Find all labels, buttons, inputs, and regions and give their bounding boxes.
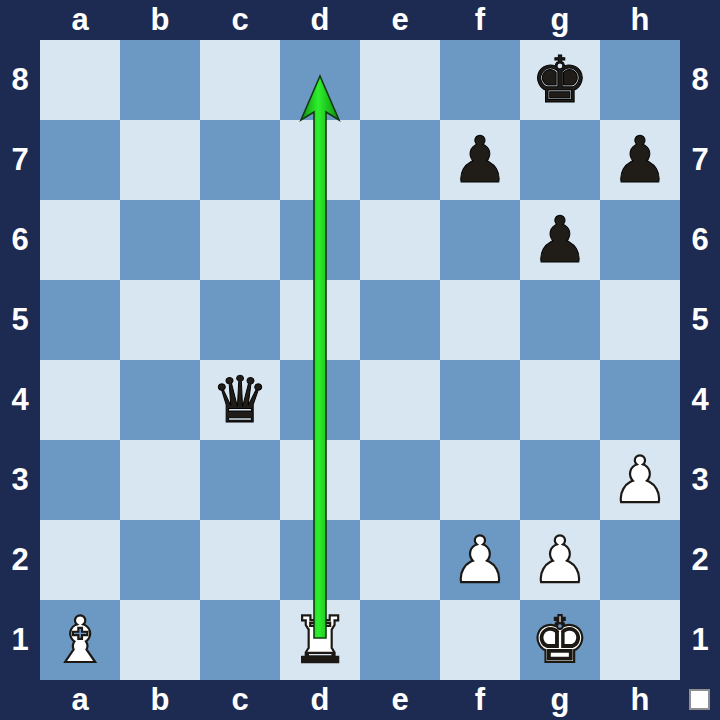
rank-label-3: 3 [0,440,40,520]
square-c3[interactable] [200,440,280,520]
square-g2[interactable]: ♟ [520,520,600,600]
square-c7[interactable] [200,120,280,200]
file-label-h: h [600,680,680,720]
file-label-b: b [120,680,200,720]
square-e2[interactable] [360,520,440,600]
rank-label-1: 1 [0,600,40,680]
black-pawn[interactable]: ♟ [451,128,508,192]
square-a6[interactable] [40,200,120,280]
file-labels-top: abcdefgh [40,0,680,40]
square-c1[interactable] [200,600,280,680]
square-c5[interactable] [200,280,280,360]
square-h1[interactable] [600,600,680,680]
square-a8[interactable] [40,40,120,120]
white-pawn[interactable]: ♟ [611,448,668,512]
rank-label-7: 7 [0,120,40,200]
square-h5[interactable] [600,280,680,360]
rank-label-1: 1 [680,600,720,680]
square-e8[interactable] [360,40,440,120]
file-label-h: h [600,0,680,40]
square-d6[interactable] [280,200,360,280]
file-label-e: e [360,680,440,720]
square-a4[interactable] [40,360,120,440]
square-g3[interactable] [520,440,600,520]
square-d1[interactable]: ♜ [280,600,360,680]
square-a1[interactable]: ♝ [40,600,120,680]
square-h7[interactable]: ♟ [600,120,680,200]
square-b1[interactable] [120,600,200,680]
square-h4[interactable] [600,360,680,440]
square-f7[interactable]: ♟ [440,120,520,200]
square-b8[interactable] [120,40,200,120]
square-g7[interactable] [520,120,600,200]
file-label-f: f [440,0,520,40]
rank-label-6: 6 [0,200,40,280]
file-label-d: d [280,680,360,720]
square-c4[interactable]: ♛ [200,360,280,440]
rank-label-8: 8 [0,40,40,120]
white-pawn[interactable]: ♟ [531,528,588,592]
square-h8[interactable] [600,40,680,120]
rank-labels-left: 87654321 [0,40,40,680]
rank-label-4: 4 [0,360,40,440]
square-e5[interactable] [360,280,440,360]
square-d2[interactable] [280,520,360,600]
square-g5[interactable] [520,280,600,360]
square-d7[interactable] [280,120,360,200]
square-h2[interactable] [600,520,680,600]
square-a5[interactable] [40,280,120,360]
rank-label-2: 2 [680,520,720,600]
square-g6[interactable]: ♟ [520,200,600,280]
square-f3[interactable] [440,440,520,520]
black-pawn[interactable]: ♟ [611,128,668,192]
square-f2[interactable]: ♟ [440,520,520,600]
square-a2[interactable] [40,520,120,600]
square-b5[interactable] [120,280,200,360]
square-b3[interactable] [120,440,200,520]
square-c8[interactable] [200,40,280,120]
file-labels-bottom: abcdefgh [40,680,680,720]
square-c6[interactable] [200,200,280,280]
file-label-e: e [360,0,440,40]
rank-label-8: 8 [680,40,720,120]
file-label-c: c [200,0,280,40]
square-g4[interactable] [520,360,600,440]
file-label-b: b [120,0,200,40]
rank-label-6: 6 [680,200,720,280]
rank-labels-right: 87654321 [680,40,720,680]
rank-label-4: 4 [680,360,720,440]
square-d3[interactable] [280,440,360,520]
square-f4[interactable] [440,360,520,440]
square-b6[interactable] [120,200,200,280]
white-king[interactable]: ♚ [531,608,588,672]
file-label-g: g [520,680,600,720]
square-f8[interactable] [440,40,520,120]
square-b4[interactable] [120,360,200,440]
square-e7[interactable] [360,120,440,200]
square-h6[interactable] [600,200,680,280]
square-f1[interactable] [440,600,520,680]
white-pawn[interactable]: ♟ [451,528,508,592]
black-king[interactable]: ♚ [531,48,588,112]
square-e3[interactable] [360,440,440,520]
square-d8[interactable] [280,40,360,120]
square-g8[interactable]: ♚ [520,40,600,120]
white-rook[interactable]: ♜ [291,608,348,672]
square-e1[interactable] [360,600,440,680]
file-label-a: a [40,680,120,720]
square-e4[interactable] [360,360,440,440]
rank-label-5: 5 [0,280,40,360]
black-pawn[interactable]: ♟ [531,208,588,272]
rank-label-5: 5 [680,280,720,360]
square-h3[interactable]: ♟ [600,440,680,520]
rank-label-3: 3 [680,440,720,520]
square-e6[interactable] [360,200,440,280]
square-a7[interactable] [40,120,120,200]
board: ♚♟♟♟♛♟♟♟♝♜♚ [40,40,680,680]
white-to-move-indicator [689,689,710,710]
black-queen[interactable]: ♛ [211,368,268,432]
file-label-a: a [40,0,120,40]
square-d5[interactable] [280,280,360,360]
chess-board-frame: abcdefgh abcdefgh 87654321 87654321 ♚♟♟♟… [0,0,720,720]
square-g1[interactable]: ♚ [520,600,600,680]
square-d4[interactable] [280,360,360,440]
file-label-g: g [520,0,600,40]
square-f5[interactable] [440,280,520,360]
square-b2[interactable] [120,520,200,600]
square-f6[interactable] [440,200,520,280]
rank-label-7: 7 [680,120,720,200]
file-label-d: d [280,0,360,40]
file-label-f: f [440,680,520,720]
square-c2[interactable] [200,520,280,600]
rank-label-2: 2 [0,520,40,600]
white-bishop[interactable]: ♝ [51,608,108,672]
square-a3[interactable] [40,440,120,520]
square-b7[interactable] [120,120,200,200]
file-label-c: c [200,680,280,720]
